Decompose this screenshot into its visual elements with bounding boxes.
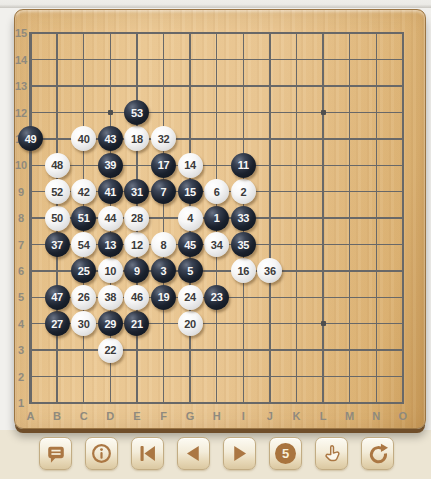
stone-move-number: 5 — [187, 265, 193, 277]
stone-white-20: 20 — [178, 311, 203, 336]
row-label: 1 — [13, 396, 29, 410]
column-label: B — [49, 409, 65, 423]
stone-move-number: 42 — [78, 186, 90, 198]
stone-black-47: 47 — [45, 285, 70, 310]
stone-black-15: 15 — [178, 179, 203, 204]
restart-button[interactable] — [361, 437, 394, 470]
stone-black-25: 25 — [71, 258, 96, 283]
stone-white-52: 52 — [45, 179, 70, 204]
stone-move-number: 4 — [187, 212, 193, 224]
stone-move-number: 23 — [211, 291, 223, 303]
row-label: 15 — [13, 26, 29, 40]
grid-line-horizontal — [29, 376, 404, 377]
stone-move-number: 16 — [237, 265, 249, 277]
stone-black-27: 27 — [45, 311, 70, 336]
stone-move-number: 7 — [161, 186, 167, 198]
stone-black-1: 1 — [204, 206, 229, 231]
stone-move-number: 45 — [184, 239, 196, 251]
column-label: A — [23, 409, 39, 423]
stone-black-7: 7 — [151, 179, 176, 204]
stone-black-33: 33 — [231, 206, 256, 231]
comments-button[interactable] — [39, 437, 72, 470]
stone-black-49: 49 — [18, 126, 43, 151]
column-label: K — [289, 409, 305, 423]
toolbar: 5 — [39, 437, 394, 470]
row-label: 7 — [13, 238, 29, 252]
pointer-mode-button[interactable] — [315, 437, 348, 470]
stone-move-number: 1 — [214, 212, 220, 224]
stone-white-12: 12 — [124, 232, 149, 257]
row-label: 10 — [13, 158, 29, 172]
grid-line-vertical — [376, 32, 377, 404]
five-in-a-row-button[interactable]: 5 — [269, 437, 302, 470]
row-label: 4 — [13, 317, 29, 331]
stone-move-number: 28 — [131, 212, 143, 224]
stone-move-number: 20 — [184, 318, 196, 330]
stone-black-53: 53 — [124, 100, 149, 125]
grid-line-vertical — [402, 32, 404, 404]
info-icon — [90, 442, 113, 465]
stone-white-22: 22 — [98, 338, 123, 363]
stone-move-number: 9 — [134, 265, 140, 277]
stone-black-3: 3 — [151, 258, 176, 283]
column-label: D — [102, 409, 118, 423]
column-label: C — [76, 409, 92, 423]
stone-white-42: 42 — [71, 179, 96, 204]
stone-black-35: 35 — [231, 232, 256, 257]
hand-icon — [321, 443, 343, 465]
stone-white-14: 14 — [178, 153, 203, 178]
grid-line-horizontal — [29, 349, 404, 350]
stone-move-number: 6 — [214, 186, 220, 198]
stone-move-number: 30 — [78, 318, 90, 330]
column-label: N — [368, 409, 384, 423]
stone-white-50: 50 — [45, 206, 70, 231]
skip-to-start-button[interactable] — [131, 437, 164, 470]
stone-move-number: 33 — [237, 212, 249, 224]
info-button[interactable] — [85, 437, 118, 470]
stone-white-8: 8 — [151, 232, 176, 257]
stone-black-17: 17 — [151, 153, 176, 178]
row-label: 8 — [13, 211, 29, 225]
stone-white-48: 48 — [45, 153, 70, 178]
stone-white-4: 4 — [178, 206, 203, 231]
stone-white-34: 34 — [204, 232, 229, 257]
stone-move-number: 17 — [158, 159, 170, 171]
star-point — [321, 321, 326, 326]
stone-black-41: 41 — [98, 179, 123, 204]
stone-move-number: 44 — [104, 212, 116, 224]
stone-move-number: 14 — [184, 159, 196, 171]
row-label: 5 — [13, 290, 29, 304]
stone-black-23: 23 — [204, 285, 229, 310]
stone-move-number: 37 — [51, 239, 63, 251]
skip-start-icon — [137, 443, 158, 464]
stone-black-31: 31 — [124, 179, 149, 204]
stone-move-number: 31 — [131, 186, 143, 198]
stone-move-number: 26 — [78, 291, 90, 303]
column-label: O — [395, 409, 411, 423]
stone-white-28: 28 — [124, 206, 149, 231]
stone-move-number: 40 — [78, 133, 90, 145]
stone-move-number: 34 — [211, 239, 223, 251]
stone-black-13: 13 — [98, 232, 123, 257]
grid-line-horizontal — [29, 402, 404, 404]
top-strip — [0, 0, 431, 8]
forward-arrow-icon — [229, 443, 250, 464]
stone-move-number: 52 — [51, 186, 63, 198]
goban-board[interactable]: 151413121110987654321ABCDEFGHIJKLMNO1234… — [14, 9, 426, 429]
column-label: M — [342, 409, 358, 423]
stone-white-26: 26 — [71, 285, 96, 310]
row-label: 13 — [13, 79, 29, 93]
stone-move-number: 46 — [131, 291, 143, 303]
stone-white-46: 46 — [124, 285, 149, 310]
stone-move-number: 13 — [104, 239, 116, 251]
grid-line-vertical — [269, 32, 270, 404]
stone-move-number: 21 — [131, 318, 143, 330]
stone-black-51: 51 — [71, 206, 96, 231]
grid-line-vertical — [296, 32, 297, 404]
step-back-button[interactable] — [177, 437, 210, 470]
stone-black-43: 43 — [98, 126, 123, 151]
stone-white-2: 2 — [231, 179, 256, 204]
stone-white-32: 32 — [151, 126, 176, 151]
stone-move-number: 24 — [184, 291, 196, 303]
row-label: 2 — [13, 370, 29, 384]
stone-black-5: 5 — [178, 258, 203, 283]
stone-white-36: 36 — [257, 258, 282, 283]
stone-move-number: 53 — [131, 107, 143, 119]
stone-black-45: 45 — [178, 232, 203, 257]
stone-move-number: 38 — [104, 291, 116, 303]
stone-move-number: 11 — [238, 159, 249, 171]
stone-white-24: 24 — [178, 285, 203, 310]
row-label: 3 — [13, 343, 29, 357]
step-forward-button[interactable] — [223, 437, 256, 470]
stone-move-number: 15 — [184, 186, 196, 198]
stone-white-30: 30 — [71, 311, 96, 336]
row-label: 12 — [13, 106, 29, 120]
stone-white-18: 18 — [124, 126, 149, 151]
stone-white-44: 44 — [98, 206, 123, 231]
stone-move-number: 49 — [25, 133, 37, 145]
stone-move-number: 51 — [78, 212, 90, 224]
stone-move-number: 3 — [161, 265, 167, 277]
stone-white-16: 16 — [231, 258, 256, 283]
stone-move-number: 18 — [131, 133, 143, 145]
stone-move-number: 43 — [104, 133, 116, 145]
stone-white-40: 40 — [71, 126, 96, 151]
stone-white-10: 10 — [98, 258, 123, 283]
stone-move-number: 47 — [51, 291, 63, 303]
back-arrow-icon — [183, 443, 204, 464]
column-label: H — [209, 409, 225, 423]
stone-white-6: 6 — [204, 179, 229, 204]
stone-black-11: 11 — [231, 153, 256, 178]
stone-white-38: 38 — [98, 285, 123, 310]
stone-move-number: 8 — [161, 239, 167, 251]
grid-line-vertical — [322, 32, 323, 404]
refresh-icon — [366, 442, 389, 465]
column-label: I — [235, 409, 251, 423]
stone-move-number: 2 — [240, 186, 246, 198]
stone-move-number: 22 — [104, 344, 116, 356]
column-label: F — [156, 409, 172, 423]
stone-move-number: 19 — [158, 291, 170, 303]
row-label: 14 — [13, 53, 29, 67]
stone-move-number: 12 — [131, 239, 143, 251]
star-point — [321, 110, 326, 115]
column-label: E — [129, 409, 145, 423]
stone-black-37: 37 — [45, 232, 70, 257]
stone-black-21: 21 — [124, 311, 149, 336]
row-label: 6 — [13, 264, 29, 278]
stone-move-number: 32 — [158, 133, 170, 145]
stone-move-number: 29 — [104, 318, 116, 330]
number-badge-icon: 5 — [275, 443, 296, 464]
stone-move-number: 36 — [264, 265, 276, 277]
stone-move-number: 10 — [104, 265, 116, 277]
stone-black-29: 29 — [98, 311, 123, 336]
stone-move-number: 41 — [104, 186, 116, 198]
stone-move-number: 48 — [51, 159, 63, 171]
column-label: G — [182, 409, 198, 423]
stone-black-19: 19 — [151, 285, 176, 310]
stone-white-54: 54 — [71, 232, 96, 257]
row-label: 9 — [13, 185, 29, 199]
column-label: J — [262, 409, 278, 423]
stone-move-number: 39 — [104, 159, 116, 171]
stone-black-39: 39 — [98, 153, 123, 178]
stone-move-number: 27 — [51, 318, 63, 330]
column-label: L — [315, 409, 331, 423]
stone-move-number: 35 — [237, 239, 249, 251]
stone-move-number: 54 — [78, 239, 90, 251]
stone-move-number: 25 — [78, 265, 90, 277]
stone-move-number: 50 — [51, 212, 63, 224]
grid-line-vertical — [349, 32, 350, 404]
speech-bubble-icon — [45, 443, 67, 465]
star-point — [108, 110, 113, 115]
stone-black-9: 9 — [124, 258, 149, 283]
